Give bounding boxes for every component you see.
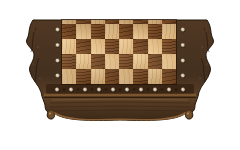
board-square-r3c7 <box>162 54 176 69</box>
board-square-r2c7 <box>162 39 176 54</box>
board-square-r1c4 <box>119 24 133 39</box>
board-square-r3c5 <box>133 54 147 69</box>
board-square-r1c2 <box>91 24 105 39</box>
board-square-r1c6 <box>148 24 162 39</box>
board-square-r4c5 <box>133 69 147 84</box>
board-square-r4c2 <box>91 69 105 84</box>
board-square-r1c0 <box>62 24 76 39</box>
board-square-r4c3 <box>105 69 119 84</box>
board-square-r4c1 <box>76 69 90 84</box>
board-square-r3c0 <box>62 54 76 69</box>
board-square-r4c7 <box>162 69 176 84</box>
board-square-r2c2 <box>91 39 105 54</box>
board-square-r2c4 <box>119 39 133 54</box>
board-square-r3c1 <box>76 54 90 69</box>
board-square-r2c3 <box>105 39 119 54</box>
board-square-r1c1 <box>76 24 90 39</box>
board-square-r1c5 <box>133 24 147 39</box>
board-square-r3c4 <box>119 54 133 69</box>
board-square-r4c0 <box>62 69 76 84</box>
chess-board <box>62 20 176 84</box>
board-square-r2c0 <box>62 39 76 54</box>
board-square-r1c7 <box>162 24 176 39</box>
board-square-r2c6 <box>148 39 162 54</box>
board-square-r2c5 <box>133 39 147 54</box>
board-square-r1c3 <box>105 24 119 39</box>
brass-foot-left <box>48 110 55 118</box>
brass-foot-right <box>186 110 193 118</box>
board-square-r4c6 <box>148 69 162 84</box>
board-square-r3c6 <box>148 54 162 69</box>
chess-set-photo <box>0 0 240 150</box>
board-square-r2c1 <box>76 39 90 54</box>
board-square-r3c2 <box>91 54 105 69</box>
board-square-r3c3 <box>105 54 119 69</box>
board-square-r4c4 <box>119 69 133 84</box>
